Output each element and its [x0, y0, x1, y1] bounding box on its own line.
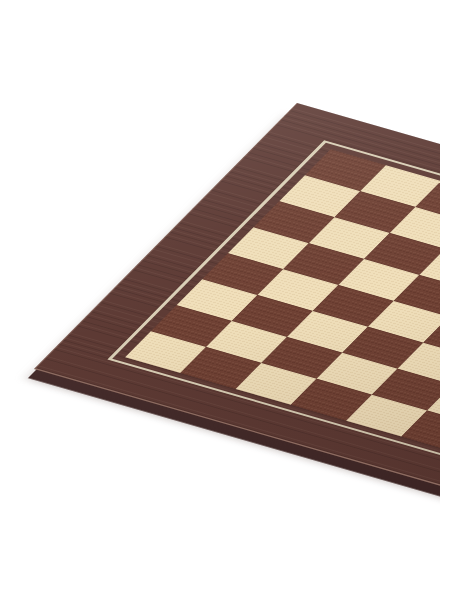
- playing-field: [125, 149, 440, 484]
- photo-crop-area: [0, 0, 440, 600]
- product-photo: [0, 0, 450, 600]
- chess-board: [34, 103, 440, 531]
